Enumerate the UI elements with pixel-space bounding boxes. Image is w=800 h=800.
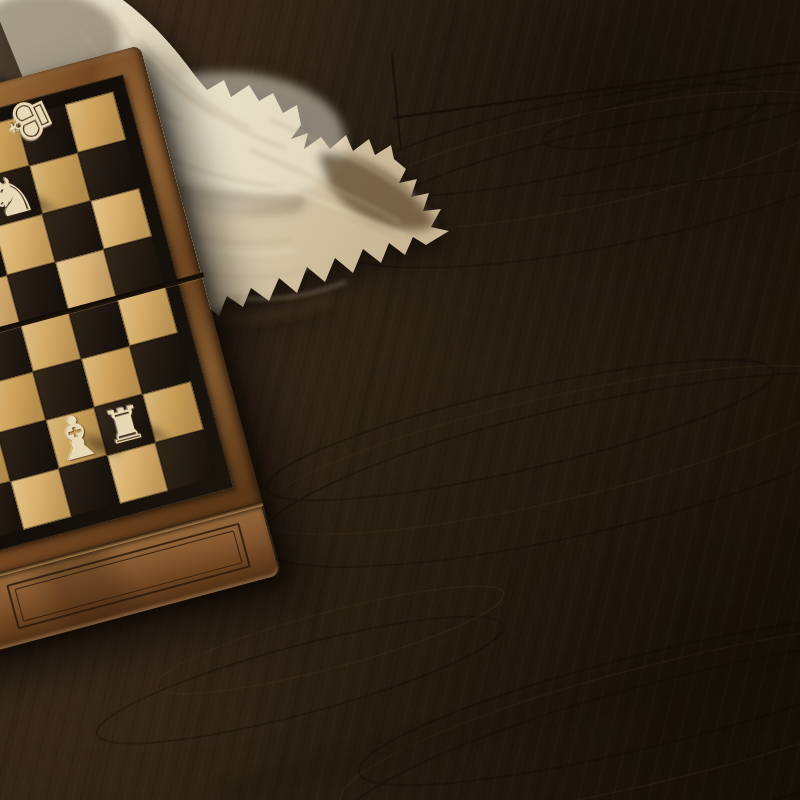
piece-white-bishop[interactable]: ♝ bbox=[46, 407, 107, 468]
white-king-glyph: ♚ bbox=[0, 86, 66, 155]
white-knight-glyph: ♞ bbox=[0, 165, 41, 227]
piece-white-king-fallen[interactable]: ♚ bbox=[0, 89, 60, 150]
floor-dark-band bbox=[220, 640, 800, 795]
piece-white-knight[interactable]: ♞ bbox=[0, 166, 42, 227]
scene: ♞♝♜♚ bbox=[0, 0, 800, 800]
